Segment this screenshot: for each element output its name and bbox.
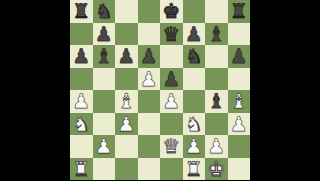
piece-white-pawn[interactable]: ♟ [230,113,248,133]
square-b6[interactable]: ♝ [93,45,116,68]
piece-black-pawn[interactable]: ♟ [230,46,248,66]
piece-white-knight[interactable]: ♞ [72,113,90,133]
square-b5[interactable] [93,68,116,91]
square-b2[interactable]: ♟ [93,135,116,158]
square-f3[interactable]: ♞ [183,113,206,136]
square-f5[interactable] [183,68,206,91]
piece-black-pawn[interactable]: ♟ [95,23,113,43]
square-d7[interactable] [138,23,161,46]
square-a6[interactable]: ♟ [70,45,93,68]
piece-black-pawn[interactable]: ♟ [72,46,90,66]
piece-black-rook[interactable]: ♜ [72,1,90,21]
square-a8[interactable]: ♜ [70,0,93,23]
square-f2[interactable]: ♟ [183,135,206,158]
square-b1[interactable] [93,158,116,181]
square-h6[interactable]: ♟ [228,45,251,68]
square-g7[interactable]: ♝ [205,23,228,46]
square-b8[interactable]: ♞ [93,0,116,23]
square-f4[interactable] [183,90,206,113]
piece-white-rook[interactable]: ♜ [185,158,203,178]
square-b7[interactable]: ♟ [93,23,116,46]
square-f6[interactable]: ♞ [183,45,206,68]
square-g4[interactable]: ♝ [205,90,228,113]
square-b4[interactable] [93,90,116,113]
piece-white-bishop[interactable]: ♝ [230,91,248,111]
square-a1[interactable]: ♜ [70,158,93,181]
square-f1[interactable]: ♜ [183,158,206,181]
square-a3[interactable]: ♞ [70,113,93,136]
square-c1[interactable] [115,158,138,181]
piece-black-king[interactable]: ♚ [162,1,180,21]
square-h3[interactable]: ♟ [228,113,251,136]
square-e5[interactable]: ♟ [160,68,183,91]
piece-white-pawn[interactable]: ♟ [162,91,180,111]
piece-black-queen[interactable]: ♛ [162,23,180,43]
piece-white-queen[interactable]: ♛ [162,136,180,156]
piece-white-knight[interactable]: ♞ [185,113,203,133]
square-f8[interactable] [183,0,206,23]
square-d8[interactable] [138,0,161,23]
square-d6[interactable]: ♟ [138,45,161,68]
square-f7[interactable]: ♟ [183,23,206,46]
piece-black-rook[interactable]: ♜ [230,1,248,21]
square-a4[interactable]: ♟ [70,90,93,113]
piece-black-knight[interactable]: ♞ [185,46,203,66]
square-h4[interactable]: ♝ [228,90,251,113]
square-d5[interactable]: ♟ [138,68,161,91]
square-a2[interactable] [70,135,93,158]
piece-white-king[interactable]: ♚ [207,158,225,178]
piece-black-bishop[interactable]: ♝ [207,91,225,111]
square-h1[interactable] [228,158,251,181]
square-c2[interactable] [115,135,138,158]
piece-white-bishop[interactable]: ♝ [117,91,135,111]
piece-black-bishop[interactable]: ♝ [95,46,113,66]
square-c8[interactable] [115,0,138,23]
square-h8[interactable]: ♜ [228,0,251,23]
square-e7[interactable]: ♛ [160,23,183,46]
square-d2[interactable] [138,135,161,158]
square-e8[interactable]: ♚ [160,0,183,23]
square-h7[interactable] [228,23,251,46]
square-g8[interactable] [205,0,228,23]
square-c7[interactable] [115,23,138,46]
square-h5[interactable] [228,68,251,91]
piece-white-pawn[interactable]: ♟ [95,136,113,156]
piece-white-pawn[interactable]: ♟ [140,68,158,88]
piece-white-pawn[interactable]: ♟ [185,136,203,156]
square-g6[interactable] [205,45,228,68]
square-h2[interactable] [228,135,251,158]
square-c4[interactable]: ♝ [115,90,138,113]
square-e2[interactable]: ♛ [160,135,183,158]
square-b3[interactable] [93,113,116,136]
piece-white-rook[interactable]: ♜ [72,158,90,178]
square-g3[interactable] [205,113,228,136]
piece-black-pawn[interactable]: ♟ [185,23,203,43]
square-g2[interactable]: ♟ [205,135,228,158]
square-c5[interactable] [115,68,138,91]
piece-black-bishop[interactable]: ♝ [207,23,225,43]
square-a5[interactable] [70,68,93,91]
square-d3[interactable] [138,113,161,136]
piece-white-pawn[interactable]: ♟ [72,91,90,111]
square-e1[interactable] [160,158,183,181]
square-a7[interactable] [70,23,93,46]
piece-black-pawn[interactable]: ♟ [140,46,158,66]
letterbox-right [250,0,320,180]
square-c3[interactable]: ♟ [115,113,138,136]
square-g1[interactable]: ♚ [205,158,228,181]
square-e4[interactable]: ♟ [160,90,183,113]
piece-black-pawn[interactable]: ♟ [162,68,180,88]
piece-white-pawn[interactable]: ♟ [117,113,135,133]
letterbox-left [0,0,70,180]
square-g5[interactable] [205,68,228,91]
square-c6[interactable]: ♟ [115,45,138,68]
piece-black-knight[interactable]: ♞ [95,1,113,21]
square-e3[interactable] [160,113,183,136]
piece-black-pawn[interactable]: ♟ [117,46,135,66]
screen: ♜♞♚♜♟♛♟♝♟♝♟♟♞♟♟♟♟♝♟♝♝♞♟♞♟♟♛♟♟♜♜♚ [0,0,320,180]
square-e6[interactable] [160,45,183,68]
square-d1[interactable] [138,158,161,181]
chess-board[interactable]: ♜♞♚♜♟♛♟♝♟♝♟♟♞♟♟♟♟♝♟♝♝♞♟♞♟♟♛♟♟♜♜♚ [70,0,250,180]
piece-white-pawn[interactable]: ♟ [207,136,225,156]
square-d4[interactable] [138,90,161,113]
